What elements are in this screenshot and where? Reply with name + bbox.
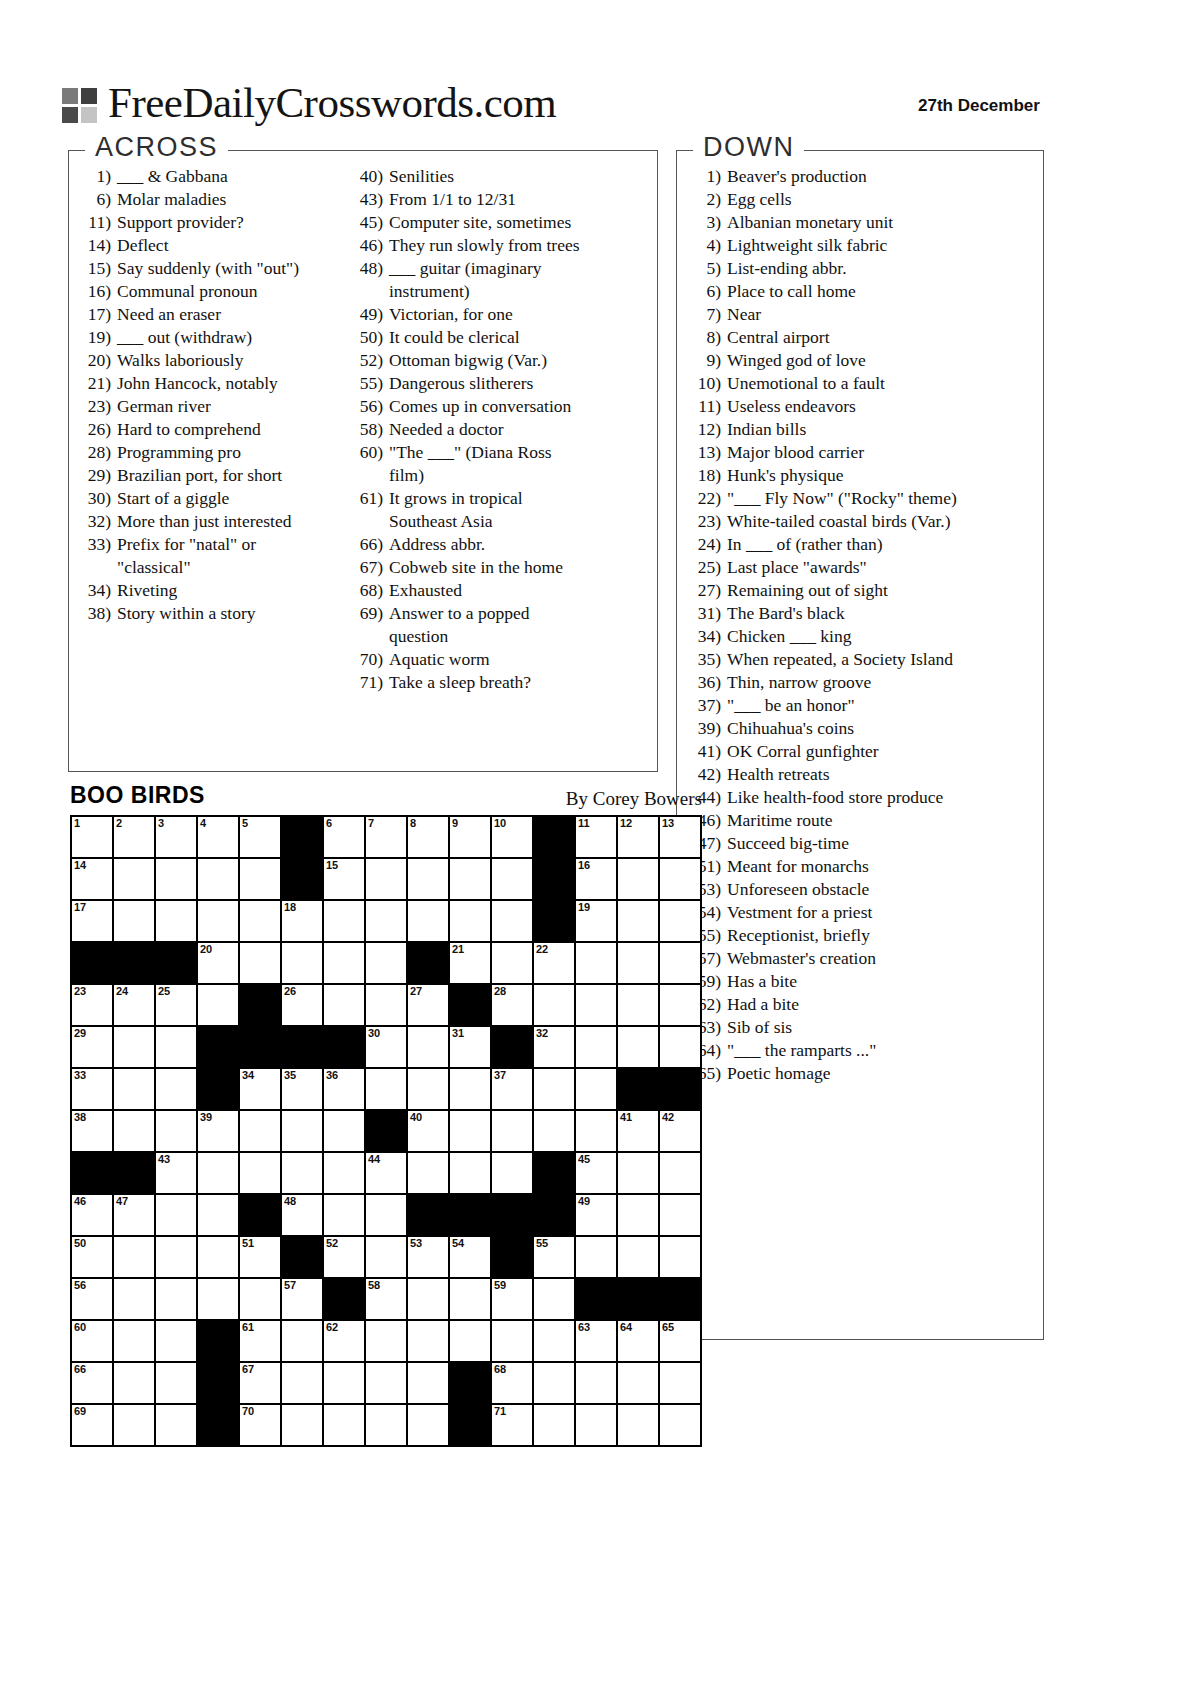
cell-number: 2	[116, 817, 122, 830]
clue-number: 1)	[79, 165, 111, 188]
grid-cell-black	[534, 1153, 574, 1193]
grid-cell[interactable]: 50	[72, 1237, 112, 1277]
clue-text: ___ guitar (imaginaryinstrument)	[389, 257, 653, 303]
clue-number: 5)	[689, 257, 721, 280]
clue-text: White-tailed coastal birds (Var.)	[727, 510, 1037, 533]
grid-cell[interactable]: 14	[72, 859, 112, 899]
grid-cell[interactable]: 8	[408, 817, 448, 857]
clue-text: More than just interested	[117, 510, 351, 533]
grid-cell[interactable]	[576, 1363, 616, 1403]
grid-cell[interactable]: 67	[240, 1363, 280, 1403]
grid-cell[interactable]	[324, 901, 364, 941]
clue-text: Riveting	[117, 579, 351, 602]
clue-row: 16)Communal pronoun	[79, 280, 351, 303]
clue-row: 55)Dangerous slitherers	[351, 372, 653, 395]
grid-cell[interactable]: 53	[408, 1237, 448, 1277]
clue-number: 37)	[689, 694, 721, 717]
grid-cell[interactable]: 71	[492, 1405, 532, 1445]
grid-cell[interactable]	[576, 1405, 616, 1445]
grid-cell[interactable]	[198, 1195, 238, 1235]
cell-number: 29	[74, 1027, 86, 1040]
grid-cell[interactable]	[618, 943, 658, 983]
clue-number: 50)	[351, 326, 383, 349]
cell-number: 35	[284, 1069, 296, 1082]
grid-cell[interactable]	[324, 1405, 364, 1445]
grid-cell[interactable]	[660, 1363, 700, 1403]
grid-cell[interactable]	[450, 1321, 490, 1361]
grid-cell[interactable]	[324, 1153, 364, 1193]
grid-cell[interactable]	[282, 1405, 322, 1445]
grid-cell-black	[240, 1027, 280, 1067]
grid-cell[interactable]	[324, 943, 364, 983]
grid-cell[interactable]: 9	[450, 817, 490, 857]
grid-cell[interactable]	[408, 1405, 448, 1445]
grid-cell[interactable]	[618, 901, 658, 941]
cell-number: 66	[74, 1363, 86, 1376]
clue-text: Aquatic worm	[389, 648, 653, 671]
clue-text: "The ___" (Diana Rossfilm)	[389, 441, 653, 487]
grid-cell[interactable]: 17	[72, 901, 112, 941]
grid-cell[interactable]: 45	[576, 1153, 616, 1193]
grid-cell[interactable]: 21	[450, 943, 490, 983]
grid-cell[interactable]: 7	[366, 817, 406, 857]
grid-cell[interactable]	[156, 1195, 196, 1235]
grid-cell[interactable]: 27	[408, 985, 448, 1025]
grid-cell[interactable]: 34	[240, 1069, 280, 1109]
grid-cell[interactable]	[324, 985, 364, 1025]
grid-cell[interactable]	[198, 1153, 238, 1193]
grid-cell[interactable]	[660, 1237, 700, 1277]
grid-cell[interactable]	[408, 1153, 448, 1193]
grid-cell[interactable]	[618, 985, 658, 1025]
cell-number: 58	[368, 1279, 380, 1292]
cell-number: 10	[494, 817, 506, 830]
grid-cell[interactable]	[156, 1279, 196, 1319]
grid-cell[interactable]	[408, 1279, 448, 1319]
clue-text: Receptionist, briefly	[727, 924, 1037, 947]
grid-cell[interactable]: 52	[324, 1237, 364, 1277]
clue-number: 2)	[689, 188, 721, 211]
grid-cell[interactable]: 19	[576, 901, 616, 941]
grid-cell[interactable]	[114, 1027, 154, 1067]
grid-cell[interactable]	[660, 1405, 700, 1445]
grid-cell-black	[618, 1279, 658, 1319]
clue-number: 43)	[351, 188, 383, 211]
grid-cell[interactable]	[492, 1111, 532, 1151]
cell-number: 21	[452, 943, 464, 956]
grid-cell-black	[492, 1237, 532, 1277]
cell-number: 62	[326, 1321, 338, 1334]
grid-cell-black	[198, 1321, 238, 1361]
grid-cell[interactable]	[282, 943, 322, 983]
grid-cell[interactable]	[534, 1069, 574, 1109]
clue-number: 23)	[689, 510, 721, 533]
grid-cell[interactable]: 51	[240, 1237, 280, 1277]
cell-number: 6	[326, 817, 332, 830]
grid-cell[interactable]	[114, 901, 154, 941]
grid-cell[interactable]	[156, 1363, 196, 1403]
clue-row: 52)Ottoman bigwig (Var.)	[351, 349, 653, 372]
grid-cell[interactable]	[408, 1363, 448, 1403]
grid-cell[interactable]	[240, 1153, 280, 1193]
grid-cell[interactable]	[156, 1405, 196, 1445]
grid-cell[interactable]	[114, 1321, 154, 1361]
grid-cell[interactable]: 4	[198, 817, 238, 857]
grid-cell[interactable]: 11	[576, 817, 616, 857]
grid-cell[interactable]	[534, 1363, 574, 1403]
cell-number: 19	[578, 901, 590, 914]
clue-text: List-ending abbr.	[727, 257, 1037, 280]
clue-row: 41)OK Corral gunfighter	[689, 740, 1037, 763]
cell-number: 37	[494, 1069, 506, 1082]
grid-cell[interactable]	[450, 1153, 490, 1193]
clue-number: 60)	[351, 441, 383, 487]
grid-cell[interactable]	[618, 1237, 658, 1277]
grid-cell[interactable]	[366, 1321, 406, 1361]
grid-cell[interactable]: 10	[492, 817, 532, 857]
clue-number: 61)	[351, 487, 383, 533]
clue-number: 31)	[689, 602, 721, 625]
grid-cell[interactable]: 39	[198, 1111, 238, 1151]
clue-row: 11)Useless endeavors	[689, 395, 1037, 418]
grid-cell[interactable]: 63	[576, 1321, 616, 1361]
grid-cell[interactable]	[660, 943, 700, 983]
grid-cell[interactable]	[156, 901, 196, 941]
grid-cell[interactable]	[114, 1237, 154, 1277]
grid-cell[interactable]	[492, 943, 532, 983]
grid-cell[interactable]	[408, 1027, 448, 1067]
grid-cell[interactable]	[366, 859, 406, 899]
grid-cell[interactable]	[534, 1405, 574, 1445]
clue-number: 24)	[689, 533, 721, 556]
clue-number: 25)	[689, 556, 721, 579]
grid-cell[interactable]: 20	[198, 943, 238, 983]
clue-text: Molar maladies	[117, 188, 351, 211]
grid-cell[interactable]	[366, 901, 406, 941]
grid-cell[interactable]: 55	[534, 1237, 574, 1277]
clue-number: 1)	[689, 165, 721, 188]
clue-text: Egg cells	[727, 188, 1037, 211]
clue-row: 46)Maritime route	[689, 809, 1037, 832]
grid-cell[interactable]: 56	[72, 1279, 112, 1319]
grid-cell-black	[282, 1237, 322, 1277]
grid-cell[interactable]	[114, 1069, 154, 1109]
grid-cell[interactable]: 62	[324, 1321, 364, 1361]
grid-cell[interactable]: 24	[114, 985, 154, 1025]
grid-cell[interactable]	[282, 1321, 322, 1361]
clue-text: Take a sleep breath?	[389, 671, 653, 694]
grid-cell[interactable]: 16	[576, 859, 616, 899]
grid-cell[interactable]	[282, 1363, 322, 1403]
grid-cell-black	[282, 1027, 322, 1067]
grid-cell-black	[198, 1027, 238, 1067]
grid-cell[interactable]: 66	[72, 1363, 112, 1403]
clue-number: 55)	[351, 372, 383, 395]
grid-cell-black	[492, 1195, 532, 1235]
grid-cell[interactable]: 25	[156, 985, 196, 1025]
grid-cell[interactable]	[324, 1195, 364, 1235]
grid-cell[interactable]	[618, 1027, 658, 1067]
grid-cell[interactable]: 35	[282, 1069, 322, 1109]
grid-cell[interactable]	[408, 901, 448, 941]
grid-cell[interactable]: 64	[618, 1321, 658, 1361]
grid-cell[interactable]: 61	[240, 1321, 280, 1361]
clue-row: 34)Riveting	[79, 579, 351, 602]
clue-row: 24)In ___ of (rather than)	[689, 533, 1037, 556]
grid-cell-black	[198, 1069, 238, 1109]
grid-cell[interactable]	[324, 1363, 364, 1403]
grid-cell[interactable]	[324, 1111, 364, 1151]
clue-row: 30)Start of a giggle	[79, 487, 351, 510]
grid-cell[interactable]	[534, 985, 574, 1025]
cell-number: 16	[578, 859, 590, 872]
grid-cell[interactable]	[618, 1153, 658, 1193]
clue-text: Health retreats	[727, 763, 1037, 786]
clue-text: From 1/1 to 12/31	[389, 188, 653, 211]
grid-cell[interactable]	[240, 1279, 280, 1319]
clue-number: 17)	[79, 303, 111, 326]
grid-cell[interactable]	[450, 1069, 490, 1109]
cell-number: 24	[116, 985, 128, 998]
grid-cell[interactable]	[492, 859, 532, 899]
grid-cell[interactable]	[576, 1027, 616, 1067]
clue-number: 58)	[351, 418, 383, 441]
grid-cell[interactable]	[660, 985, 700, 1025]
grid-cell[interactable]	[534, 1321, 574, 1361]
logo-square	[62, 107, 78, 123]
grid-cell[interactable]: 5	[240, 817, 280, 857]
grid-cell[interactable]	[618, 859, 658, 899]
cell-number: 5	[242, 817, 248, 830]
grid-cell[interactable]	[156, 1237, 196, 1277]
clue-row: 10)Unemotional to a fault	[689, 372, 1037, 395]
clue-number: 11)	[79, 211, 111, 234]
grid-cell[interactable]	[450, 859, 490, 899]
cell-number: 3	[158, 817, 164, 830]
grid-cell[interactable]	[660, 859, 700, 899]
clue-text: Beaver's production	[727, 165, 1037, 188]
grid-cell[interactable]: 49	[576, 1195, 616, 1235]
clue-row: 59)Has a bite	[689, 970, 1037, 993]
grid-cell[interactable]	[156, 1111, 196, 1151]
grid-cell[interactable]: 30	[366, 1027, 406, 1067]
clue-text: Useless endeavors	[727, 395, 1037, 418]
grid-cell[interactable]	[450, 901, 490, 941]
grid-cell-black	[450, 1195, 490, 1235]
grid-cell-black	[282, 859, 322, 899]
grid-cell[interactable]	[366, 985, 406, 1025]
clue-text: Say suddenly (with "out")	[117, 257, 351, 280]
grid-cell[interactable]	[660, 1027, 700, 1067]
grid-cell[interactable]	[240, 901, 280, 941]
grid-cell[interactable]: 13	[660, 817, 700, 857]
grid-cell[interactable]	[366, 1405, 406, 1445]
grid-cell[interactable]	[366, 1237, 406, 1277]
grid-cell[interactable]	[576, 985, 616, 1025]
cell-number: 1	[74, 817, 80, 830]
grid-cell[interactable]: 43	[156, 1153, 196, 1193]
grid-cell[interactable]	[534, 1111, 574, 1151]
clue-row: 49)Victorian, for one	[351, 303, 653, 326]
clue-text: Meant for monarchs	[727, 855, 1037, 878]
grid-cell[interactable]	[492, 901, 532, 941]
grid-cell[interactable]	[198, 859, 238, 899]
grid-cell[interactable]	[492, 1153, 532, 1193]
grid-cell[interactable]	[282, 1111, 322, 1151]
grid-cell[interactable]	[366, 943, 406, 983]
grid-cell[interactable]	[618, 1405, 658, 1445]
grid-cell[interactable]	[156, 1027, 196, 1067]
clue-text: They run slowly from trees	[389, 234, 653, 257]
clue-text: Prefix for "natal" or"classical"	[117, 533, 351, 579]
clue-text: Remaining out of sight	[727, 579, 1037, 602]
grid-cell[interactable]	[156, 859, 196, 899]
grid-cell[interactable]	[114, 1279, 154, 1319]
grid-cell[interactable]: 59	[492, 1279, 532, 1319]
clue-text: Lightweight silk fabric	[727, 234, 1037, 257]
grid-cell-black	[408, 943, 448, 983]
clue-row: 33)Prefix for "natal" or"classical"	[79, 533, 351, 579]
clue-text: Like health-food store produce	[727, 786, 1037, 809]
grid-cell[interactable]: 32	[534, 1027, 574, 1067]
grid-cell[interactable]: 2	[114, 817, 154, 857]
grid-cell[interactable]: 6	[324, 817, 364, 857]
cell-number: 36	[326, 1069, 338, 1082]
grid-cell[interactable]	[660, 1153, 700, 1193]
grid-cell[interactable]	[114, 1111, 154, 1151]
grid-cell[interactable]	[660, 1195, 700, 1235]
grid-cell[interactable]: 28	[492, 985, 532, 1025]
clue-number: 66)	[351, 533, 383, 556]
grid-cell[interactable]	[282, 1153, 322, 1193]
grid-cell[interactable]: 18	[282, 901, 322, 941]
grid-cell[interactable]: 60	[72, 1321, 112, 1361]
grid-cell[interactable]: 29	[72, 1027, 112, 1067]
clue-number: 32)	[79, 510, 111, 533]
grid-cell[interactable]	[492, 1321, 532, 1361]
grid-cell[interactable]	[198, 1237, 238, 1277]
grid-cell[interactable]	[156, 1321, 196, 1361]
grid-cell[interactable]: 42	[660, 1111, 700, 1151]
grid-cell[interactable]: 1	[72, 817, 112, 857]
grid-cell[interactable]	[114, 1363, 154, 1403]
grid-cell[interactable]: 12	[618, 817, 658, 857]
cell-number: 7	[368, 817, 374, 830]
clue-number: 16)	[79, 280, 111, 303]
grid-cell[interactable]: 46	[72, 1195, 112, 1235]
grid-cell[interactable]	[366, 1069, 406, 1109]
clue-text: In ___ of (rather than)	[727, 533, 1037, 556]
cell-number: 71	[494, 1405, 506, 1418]
grid-cell[interactable]: 69	[72, 1405, 112, 1445]
grid-cell[interactable]: 41	[618, 1111, 658, 1151]
grid-cell[interactable]	[618, 1195, 658, 1235]
grid-cell[interactable]	[450, 1111, 490, 1151]
grid-cell[interactable]: 37	[492, 1069, 532, 1109]
clue-text: "___ the ramparts ..."	[727, 1039, 1037, 1062]
grid-cell[interactable]: 3	[156, 817, 196, 857]
grid-cell[interactable]	[576, 943, 616, 983]
grid-cell[interactable]	[408, 1069, 448, 1109]
clue-row: 11)Support provider?	[79, 211, 351, 234]
grid-cell[interactable]	[114, 859, 154, 899]
cell-number: 44	[368, 1153, 380, 1166]
grid-cell[interactable]	[618, 1363, 658, 1403]
clue-row: 48)___ guitar (imaginaryinstrument)	[351, 257, 653, 303]
grid-cell[interactable]: 36	[324, 1069, 364, 1109]
clue-number: 68)	[351, 579, 383, 602]
grid-cell[interactable]	[660, 901, 700, 941]
clue-row: 9)Winged god of love	[689, 349, 1037, 372]
grid-cell[interactable]	[408, 1321, 448, 1361]
grid-cell[interactable]	[366, 1195, 406, 1235]
grid-cell[interactable]: 68	[492, 1363, 532, 1403]
down-clue-column: 1)Beaver's production2)Egg cells3)Albani…	[677, 151, 1043, 1085]
clue-number: 12)	[689, 418, 721, 441]
grid-cell[interactable]	[576, 1069, 616, 1109]
clue-text: Senilities	[389, 165, 653, 188]
grid-cell[interactable]: 23	[72, 985, 112, 1025]
clue-row: 20)Walks laboriously	[79, 349, 351, 372]
clue-number: 6)	[689, 280, 721, 303]
grid-cell[interactable]	[240, 859, 280, 899]
grid-cell[interactable]: 31	[450, 1027, 490, 1067]
grid-cell[interactable]	[240, 943, 280, 983]
grid-cell[interactable]	[576, 1237, 616, 1277]
cell-number: 59	[494, 1279, 506, 1292]
grid-cell[interactable]	[450, 1279, 490, 1319]
grid-cell[interactable]	[240, 1111, 280, 1151]
grid-cell[interactable]: 40	[408, 1111, 448, 1151]
grid-cell[interactable]: 47	[114, 1195, 154, 1235]
grid-cell[interactable]: 48	[282, 1195, 322, 1235]
grid-cell[interactable]: 58	[366, 1279, 406, 1319]
clue-row: 50)It could be clerical	[351, 326, 653, 349]
grid-cell[interactable]: 26	[282, 985, 322, 1025]
grid-cell[interactable]: 33	[72, 1069, 112, 1109]
clue-number: 45)	[351, 211, 383, 234]
grid-cell[interactable]	[198, 1279, 238, 1319]
clue-text: Place to call home	[727, 280, 1037, 303]
grid-cell[interactable]	[408, 859, 448, 899]
grid-cell[interactable]	[198, 985, 238, 1025]
grid-cell[interactable]: 44	[366, 1153, 406, 1193]
grid-cell-black	[282, 817, 322, 857]
grid-cell[interactable]: 22	[534, 943, 574, 983]
cell-number: 48	[284, 1195, 296, 1208]
clue-row: 69)Answer to a poppedquestion	[351, 602, 653, 648]
grid-cell-black	[450, 1363, 490, 1403]
grid-cell[interactable]: 38	[72, 1111, 112, 1151]
clue-number: 14)	[79, 234, 111, 257]
grid-cell[interactable]: 57	[282, 1279, 322, 1319]
grid-cell[interactable]: 65	[660, 1321, 700, 1361]
clue-row: 34)Chicken ___ king	[689, 625, 1037, 648]
clue-text: Poetic homage	[727, 1062, 1037, 1085]
grid-cell[interactable]: 70	[240, 1405, 280, 1445]
grid-cell[interactable]	[198, 901, 238, 941]
cell-number: 68	[494, 1363, 506, 1376]
clue-number: 3)	[689, 211, 721, 234]
grid-cell[interactable]	[534, 1279, 574, 1319]
clue-number: 11)	[689, 395, 721, 418]
grid-cell[interactable]	[576, 1111, 616, 1151]
grid-cell[interactable]	[366, 1363, 406, 1403]
grid-cell[interactable]	[156, 1069, 196, 1109]
grid-cell[interactable]: 54	[450, 1237, 490, 1277]
grid-cell[interactable]	[114, 1405, 154, 1445]
grid-cell[interactable]: 15	[324, 859, 364, 899]
